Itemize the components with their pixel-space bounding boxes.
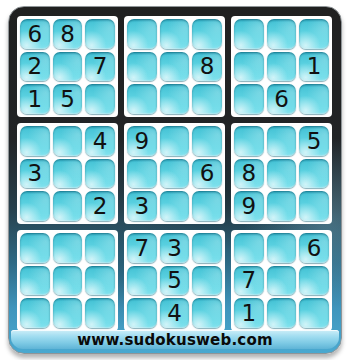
cell-r7c5[interactable]: 3: [160, 233, 190, 263]
cell-r4c6[interactable]: [192, 126, 222, 156]
cell-r2c5[interactable]: [160, 52, 190, 82]
cell-r5c2[interactable]: [53, 159, 83, 189]
box-b2s2: 963: [124, 123, 225, 224]
cell-r1c4[interactable]: [127, 19, 157, 49]
given-digit: 6: [28, 22, 43, 46]
cell-r2c2[interactable]: [53, 52, 83, 82]
cell-r6c3[interactable]: 2: [85, 191, 115, 221]
given-digit: 6: [274, 87, 289, 111]
cell-r4c8[interactable]: [267, 126, 297, 156]
cell-r6c1[interactable]: [20, 191, 50, 221]
given-digit: 7: [135, 236, 150, 260]
cell-r3c5[interactable]: [160, 84, 190, 114]
cell-r3c8[interactable]: 6: [267, 84, 297, 114]
cell-r5c4[interactable]: [127, 159, 157, 189]
given-digit: 5: [167, 268, 182, 292]
cell-r5c5[interactable]: [160, 159, 190, 189]
site-url-link[interactable]: www.sudokusweb.com: [77, 331, 272, 349]
given-digit: 4: [93, 129, 108, 153]
cell-r4c1[interactable]: [20, 126, 50, 156]
cell-r8c7[interactable]: 7: [234, 266, 264, 296]
cell-r6c6[interactable]: [192, 191, 222, 221]
cell-r2c1[interactable]: 2: [20, 52, 50, 82]
cell-r8c9[interactable]: [299, 266, 329, 296]
cell-r9c7[interactable]: 1: [234, 298, 264, 328]
cell-r9c5[interactable]: 4: [160, 298, 190, 328]
cell-r5c6[interactable]: 6: [192, 159, 222, 189]
cell-r2c8[interactable]: [267, 52, 297, 82]
cell-r6c8[interactable]: [267, 191, 297, 221]
cell-r1c1[interactable]: 6: [20, 19, 50, 49]
given-digit: 7: [93, 54, 108, 78]
cell-r9c9[interactable]: [299, 298, 329, 328]
given-digit: 6: [307, 236, 322, 260]
sudoku-board: 6827158164329635897354671: [17, 16, 332, 331]
cell-r9c6[interactable]: [192, 298, 222, 328]
cell-r1c9[interactable]: [299, 19, 329, 49]
cell-r5c9[interactable]: [299, 159, 329, 189]
cell-r3c9[interactable]: [299, 84, 329, 114]
cell-r8c5[interactable]: 5: [160, 266, 190, 296]
box-b1s3: 16: [231, 16, 332, 117]
footer-band: www.sudokusweb.com: [11, 330, 339, 349]
cell-r7c9[interactable]: 6: [299, 233, 329, 263]
cell-r4c7[interactable]: [234, 126, 264, 156]
cell-r9c4[interactable]: [127, 298, 157, 328]
cell-r3c1[interactable]: 1: [20, 84, 50, 114]
given-digit: 4: [167, 301, 182, 325]
cell-r2c7[interactable]: [234, 52, 264, 82]
cell-r7c4[interactable]: 7: [127, 233, 157, 263]
cell-r7c2[interactable]: [53, 233, 83, 263]
cell-r6c9[interactable]: [299, 191, 329, 221]
cell-r9c2[interactable]: [53, 298, 83, 328]
cell-r4c3[interactable]: 4: [85, 126, 115, 156]
cell-r1c8[interactable]: [267, 19, 297, 49]
given-digit: 8: [242, 161, 257, 185]
given-digit: 1: [307, 54, 322, 78]
box-b3s2: 7354: [124, 230, 225, 331]
cell-r3c2[interactable]: 5: [53, 84, 83, 114]
given-digit: 3: [167, 236, 182, 260]
cell-r3c6[interactable]: [192, 84, 222, 114]
cell-r1c5[interactable]: [160, 19, 190, 49]
cell-r2c9[interactable]: 1: [299, 52, 329, 82]
cell-r1c3[interactable]: [85, 19, 115, 49]
cell-r4c9[interactable]: 5: [299, 126, 329, 156]
cell-r6c5[interactable]: [160, 191, 190, 221]
cell-r8c2[interactable]: [53, 266, 83, 296]
cell-r2c4[interactable]: [127, 52, 157, 82]
cell-r7c3[interactable]: [85, 233, 115, 263]
box-b1s2: 8: [124, 16, 225, 117]
given-digit: 3: [135, 194, 150, 218]
cell-r6c7[interactable]: 9: [234, 191, 264, 221]
cell-r5c8[interactable]: [267, 159, 297, 189]
cell-r4c4[interactable]: 9: [127, 126, 157, 156]
cell-r7c6[interactable]: [192, 233, 222, 263]
cell-r4c2[interactable]: [53, 126, 83, 156]
given-digit: 9: [242, 194, 257, 218]
cell-r2c6[interactable]: 8: [192, 52, 222, 82]
cell-r9c1[interactable]: [20, 298, 50, 328]
given-digit: 8: [60, 22, 75, 46]
cell-r9c3[interactable]: [85, 298, 115, 328]
cell-r1c6[interactable]: [192, 19, 222, 49]
box-b2s1: 432: [17, 123, 118, 224]
cell-r8c1[interactable]: [20, 266, 50, 296]
given-digit: 7: [242, 268, 257, 292]
given-digit: 1: [242, 301, 257, 325]
box-b3s1: [17, 230, 118, 331]
cell-r6c4[interactable]: 3: [127, 191, 157, 221]
cell-r5c1[interactable]: 3: [20, 159, 50, 189]
box-b2s3: 589: [231, 123, 332, 224]
box-b3s3: 671: [231, 230, 332, 331]
cell-r4c5[interactable]: [160, 126, 190, 156]
cell-r3c4[interactable]: [127, 84, 157, 114]
given-digit: 3: [28, 161, 43, 185]
cell-r3c3[interactable]: [85, 84, 115, 114]
cell-r8c8[interactable]: [267, 266, 297, 296]
cell-r7c1[interactable]: [20, 233, 50, 263]
cell-r7c8[interactable]: [267, 233, 297, 263]
given-digit: 1: [28, 87, 43, 111]
given-digit: 2: [93, 194, 108, 218]
given-digit: 8: [200, 54, 215, 78]
cell-r6c2[interactable]: [53, 191, 83, 221]
cell-r1c2[interactable]: 8: [53, 19, 83, 49]
cell-r8c3[interactable]: [85, 266, 115, 296]
given-digit: 9: [135, 129, 150, 153]
cell-r2c3[interactable]: 7: [85, 52, 115, 82]
box-b1s1: 682715: [17, 16, 118, 117]
cell-r5c7[interactable]: 8: [234, 159, 264, 189]
cell-r9c8[interactable]: [267, 298, 297, 328]
cell-r5c3[interactable]: [85, 159, 115, 189]
given-digit: 2: [28, 54, 43, 78]
cell-r8c6[interactable]: [192, 266, 222, 296]
given-digit: 5: [60, 87, 75, 111]
cell-r8c4[interactable]: [127, 266, 157, 296]
given-digit: 6: [200, 161, 215, 185]
given-digit: 5: [307, 129, 322, 153]
cell-r7c7[interactable]: [234, 233, 264, 263]
cell-r3c7[interactable]: [234, 84, 264, 114]
cell-r1c7[interactable]: [234, 19, 264, 49]
sudoku-puzzle-image: 6827158164329635897354671 www.sudokusweb…: [0, 0, 350, 360]
